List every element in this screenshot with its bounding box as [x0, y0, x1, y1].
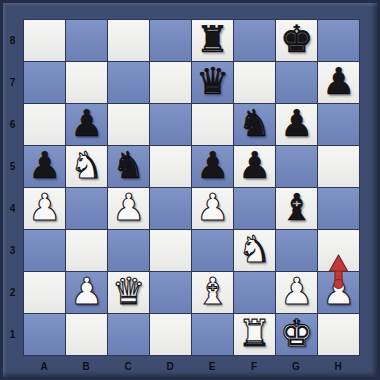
piece-white-bishop-e2[interactable]: ♝ — [196, 271, 229, 312]
square-d4[interactable] — [150, 188, 191, 229]
square-a4[interactable]: ♟ — [24, 188, 65, 229]
square-d3[interactable] — [150, 230, 191, 271]
square-a3[interactable] — [24, 230, 65, 271]
piece-black-pawn-g6[interactable]: ♟ — [280, 103, 313, 144]
square-h2[interactable]: ♟ — [318, 272, 359, 313]
square-e2[interactable]: ♝ — [192, 272, 233, 313]
square-e1[interactable] — [192, 314, 233, 355]
piece-white-rook-f1[interactable]: ♜ — [238, 313, 271, 354]
square-f5[interactable]: ♟ — [234, 146, 275, 187]
square-d7[interactable] — [150, 62, 191, 103]
square-c1[interactable] — [108, 314, 149, 355]
square-c6[interactable] — [108, 104, 149, 145]
rank-label-2: 2 — [3, 272, 22, 313]
square-e6[interactable] — [192, 104, 233, 145]
square-h8[interactable] — [318, 20, 359, 61]
square-f8[interactable] — [234, 20, 275, 61]
square-b1[interactable] — [66, 314, 107, 355]
square-b3[interactable] — [66, 230, 107, 271]
square-b6[interactable]: ♟ — [66, 104, 107, 145]
square-a6[interactable] — [24, 104, 65, 145]
piece-black-knight-f6[interactable]: ♞ — [238, 103, 271, 144]
piece-white-pawn-b2[interactable]: ♟ — [70, 271, 103, 312]
file-label-g: G — [275, 357, 317, 376]
square-c5[interactable]: ♞ — [108, 146, 149, 187]
square-d6[interactable] — [150, 104, 191, 145]
square-a5[interactable]: ♟ — [24, 146, 65, 187]
square-f1[interactable]: ♜ — [234, 314, 275, 355]
piece-white-pawn-c4[interactable]: ♟ — [112, 187, 145, 228]
square-e7[interactable]: ♛ — [192, 62, 233, 103]
piece-white-knight-b5[interactable]: ♞ — [70, 145, 103, 186]
square-h3[interactable] — [318, 230, 359, 271]
square-g1[interactable]: ♚ — [276, 314, 317, 355]
square-f4[interactable] — [234, 188, 275, 229]
square-d5[interactable] — [150, 146, 191, 187]
file-label-d: D — [149, 357, 191, 376]
square-h7[interactable]: ♟ — [318, 62, 359, 103]
piece-black-pawn-a5[interactable]: ♟ — [28, 145, 61, 186]
piece-white-king-g1[interactable]: ♚ — [280, 313, 313, 354]
square-g3[interactable] — [276, 230, 317, 271]
piece-black-pawn-h7[interactable]: ♟ — [322, 61, 355, 102]
square-f6[interactable]: ♞ — [234, 104, 275, 145]
square-b4[interactable] — [66, 188, 107, 229]
square-c4[interactable]: ♟ — [108, 188, 149, 229]
square-b5[interactable]: ♞ — [66, 146, 107, 187]
file-label-b: B — [65, 357, 107, 376]
chess-diagram-frame: ♜♚♛♟♟♞♟♟♞♞♟♟♟♟♟♝♞♟♛♝♟♟♜♚ 87654321 ABCDEF… — [0, 0, 380, 380]
rank-label-4: 4 — [3, 188, 22, 229]
square-g4[interactable]: ♝ — [276, 188, 317, 229]
rank-label-6: 6 — [3, 104, 22, 145]
piece-black-pawn-e5[interactable]: ♟ — [196, 145, 229, 186]
square-d2[interactable] — [150, 272, 191, 313]
square-c2[interactable]: ♛ — [108, 272, 149, 313]
square-h4[interactable] — [318, 188, 359, 229]
piece-white-pawn-g2[interactable]: ♟ — [280, 271, 313, 312]
file-label-a: A — [23, 357, 65, 376]
rank-label-3: 3 — [3, 230, 22, 271]
rank-label-1: 1 — [3, 314, 22, 355]
file-label-h: H — [317, 357, 359, 376]
square-f3[interactable]: ♞ — [234, 230, 275, 271]
square-d8[interactable] — [150, 20, 191, 61]
piece-black-knight-c5[interactable]: ♞ — [112, 145, 145, 186]
piece-white-pawn-e4[interactable]: ♟ — [196, 187, 229, 228]
square-h5[interactable] — [318, 146, 359, 187]
square-h1[interactable] — [318, 314, 359, 355]
square-a2[interactable] — [24, 272, 65, 313]
square-g8[interactable]: ♚ — [276, 20, 317, 61]
square-e3[interactable] — [192, 230, 233, 271]
square-f2[interactable] — [234, 272, 275, 313]
square-g5[interactable] — [276, 146, 317, 187]
square-a8[interactable] — [24, 20, 65, 61]
square-d1[interactable] — [150, 314, 191, 355]
piece-black-pawn-b6[interactable]: ♟ — [70, 103, 103, 144]
piece-white-knight-f3[interactable]: ♞ — [238, 229, 271, 270]
square-g6[interactable]: ♟ — [276, 104, 317, 145]
file-label-e: E — [191, 357, 233, 376]
piece-black-king-g8[interactable]: ♚ — [280, 19, 313, 60]
chess-board: ♜♚♛♟♟♞♟♟♞♞♟♟♟♟♟♝♞♟♛♝♟♟♜♚ — [23, 19, 360, 356]
square-c8[interactable] — [108, 20, 149, 61]
piece-black-pawn-f5[interactable]: ♟ — [238, 145, 271, 186]
square-e4[interactable]: ♟ — [192, 188, 233, 229]
rank-label-7: 7 — [3, 62, 22, 103]
file-label-c: C — [107, 357, 149, 376]
piece-white-pawn-h2[interactable]: ♟ — [322, 271, 355, 312]
square-h6[interactable] — [318, 104, 359, 145]
piece-black-queen-e7[interactable]: ♛ — [196, 61, 229, 102]
piece-white-queen-c2[interactable]: ♛ — [112, 271, 145, 312]
square-a7[interactable] — [24, 62, 65, 103]
piece-black-rook-e8[interactable]: ♜ — [196, 19, 229, 60]
piece-white-pawn-a4[interactable]: ♟ — [28, 187, 61, 228]
square-b2[interactable]: ♟ — [66, 272, 107, 313]
square-f7[interactable] — [234, 62, 275, 103]
square-e8[interactable]: ♜ — [192, 20, 233, 61]
piece-black-bishop-g4[interactable]: ♝ — [280, 187, 313, 228]
rank-label-5: 5 — [3, 146, 22, 187]
square-c3[interactable] — [108, 230, 149, 271]
file-label-f: F — [233, 357, 275, 376]
square-g7[interactable] — [276, 62, 317, 103]
rank-label-8: 8 — [3, 20, 22, 61]
square-g2[interactable]: ♟ — [276, 272, 317, 313]
square-b8[interactable] — [66, 20, 107, 61]
square-a1[interactable] — [24, 314, 65, 355]
square-c7[interactable] — [108, 62, 149, 103]
square-b7[interactable] — [66, 62, 107, 103]
square-e5[interactable]: ♟ — [192, 146, 233, 187]
